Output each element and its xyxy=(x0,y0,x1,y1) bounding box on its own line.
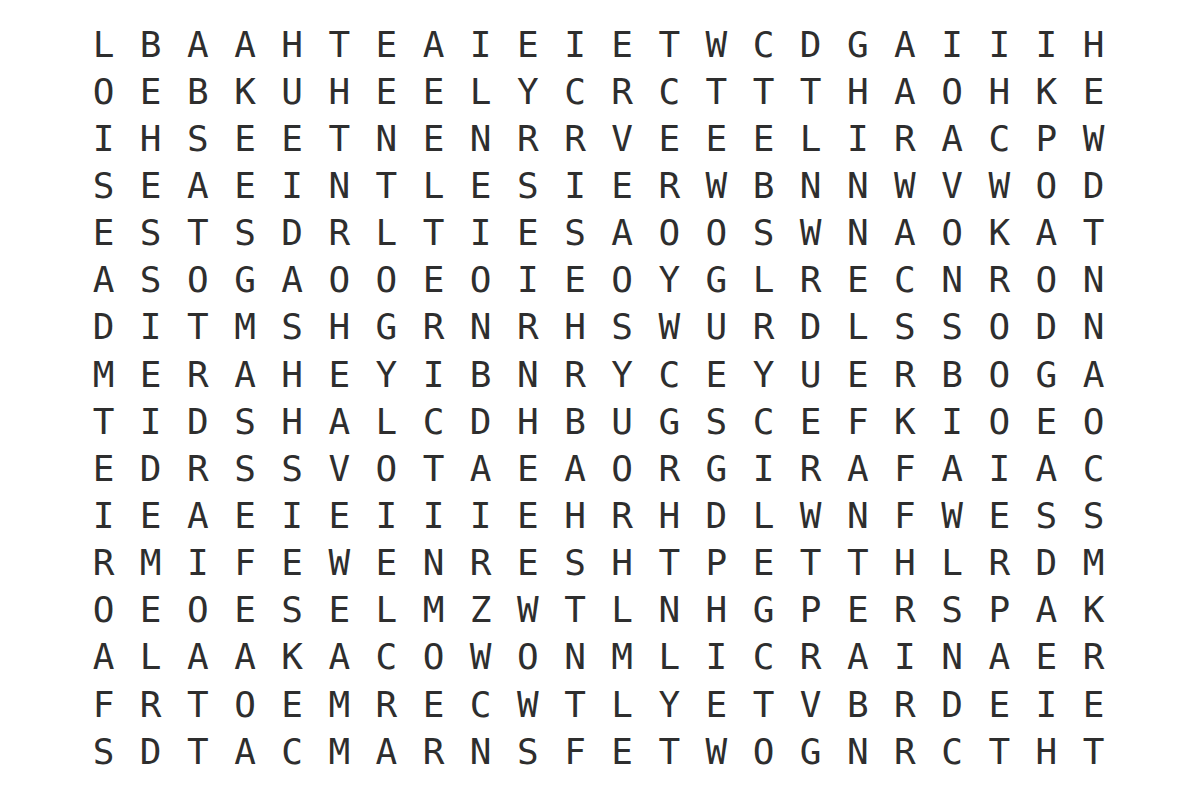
grid-cell[interactable]: D xyxy=(80,304,127,351)
grid-cell[interactable]: A xyxy=(221,728,268,775)
grid-cell[interactable]: S xyxy=(551,540,598,587)
grid-cell[interactable]: W xyxy=(504,681,551,728)
grid-cell[interactable]: S xyxy=(599,304,646,351)
grid-cell[interactable]: R xyxy=(881,351,928,398)
grid-cell[interactable]: E xyxy=(1023,398,1070,445)
grid-cell[interactable]: L xyxy=(410,162,457,209)
grid-cell[interactable]: A xyxy=(174,634,221,681)
grid-cell[interactable]: O xyxy=(174,257,221,304)
grid-cell[interactable]: T xyxy=(174,728,221,775)
grid-cell[interactable]: E xyxy=(551,257,598,304)
grid-cell[interactable]: H xyxy=(269,351,316,398)
grid-cell[interactable]: Y xyxy=(599,351,646,398)
grid-cell[interactable]: G xyxy=(1023,351,1070,398)
grid-cell[interactable]: D xyxy=(787,21,834,68)
grid-cell[interactable]: E xyxy=(363,540,410,587)
grid-cell[interactable]: A xyxy=(221,351,268,398)
grid-cell[interactable]: E xyxy=(221,492,268,539)
grid-cell[interactable]: I xyxy=(457,21,504,68)
grid-cell[interactable]: N xyxy=(1070,257,1117,304)
grid-cell[interactable]: E xyxy=(127,351,174,398)
grid-cell[interactable]: A xyxy=(551,445,598,492)
grid-cell[interactable]: K xyxy=(1023,68,1070,115)
grid-cell[interactable]: O xyxy=(976,398,1023,445)
grid-cell[interactable]: E xyxy=(504,540,551,587)
grid-cell[interactable]: T xyxy=(80,398,127,445)
grid-cell[interactable]: U xyxy=(269,68,316,115)
grid-cell[interactable]: K xyxy=(269,634,316,681)
grid-cell[interactable]: Y xyxy=(363,351,410,398)
grid-cell[interactable]: S xyxy=(551,210,598,257)
grid-cell[interactable]: N xyxy=(457,115,504,162)
grid-cell[interactable]: D xyxy=(174,398,221,445)
grid-cell[interactable]: D xyxy=(127,445,174,492)
grid-cell[interactable]: P xyxy=(976,587,1023,634)
grid-cell[interactable]: S xyxy=(221,398,268,445)
grid-cell[interactable]: R xyxy=(787,445,834,492)
grid-cell[interactable]: E xyxy=(410,68,457,115)
grid-cell[interactable]: H xyxy=(504,398,551,445)
grid-cell[interactable]: W xyxy=(646,304,693,351)
grid-cell[interactable]: C xyxy=(410,398,457,445)
grid-cell[interactable]: A xyxy=(834,634,881,681)
grid-cell[interactable]: A xyxy=(221,634,268,681)
grid-cell[interactable]: W xyxy=(976,162,1023,209)
grid-cell[interactable]: Y xyxy=(740,351,787,398)
grid-cell[interactable]: E xyxy=(1023,634,1070,681)
grid-cell[interactable]: T xyxy=(551,681,598,728)
grid-cell[interactable]: W xyxy=(693,728,740,775)
grid-cell[interactable]: O xyxy=(693,210,740,257)
grid-cell[interactable]: O xyxy=(599,445,646,492)
grid-cell[interactable]: H xyxy=(551,304,598,351)
grid-cell[interactable]: I xyxy=(410,351,457,398)
grid-cell[interactable]: W xyxy=(504,587,551,634)
grid-cell[interactable]: E xyxy=(269,115,316,162)
grid-cell[interactable]: I xyxy=(1023,681,1070,728)
grid-cell[interactable]: A xyxy=(174,492,221,539)
grid-cell[interactable]: E xyxy=(221,587,268,634)
grid-cell[interactable]: G xyxy=(693,257,740,304)
grid-cell[interactable]: F xyxy=(221,540,268,587)
grid-cell[interactable]: T xyxy=(410,210,457,257)
grid-cell[interactable]: E xyxy=(80,445,127,492)
grid-cell[interactable]: O xyxy=(599,257,646,304)
grid-cell[interactable]: C xyxy=(929,728,976,775)
grid-cell[interactable]: S xyxy=(269,304,316,351)
grid-cell[interactable]: T xyxy=(646,540,693,587)
grid-cell[interactable]: T xyxy=(646,21,693,68)
grid-cell[interactable]: S xyxy=(221,445,268,492)
grid-cell[interactable]: B xyxy=(834,681,881,728)
grid-cell[interactable]: C xyxy=(881,257,928,304)
grid-cell[interactable]: H xyxy=(834,68,881,115)
grid-cell[interactable]: N xyxy=(504,351,551,398)
grid-cell[interactable]: N xyxy=(551,634,598,681)
grid-cell[interactable]: H xyxy=(599,540,646,587)
grid-cell[interactable]: R xyxy=(1070,634,1117,681)
grid-cell[interactable]: E xyxy=(127,492,174,539)
grid-cell[interactable]: I xyxy=(929,398,976,445)
grid-cell[interactable]: E xyxy=(410,115,457,162)
grid-cell[interactable]: V xyxy=(787,681,834,728)
grid-cell[interactable]: L xyxy=(457,68,504,115)
grid-cell[interactable]: A xyxy=(457,445,504,492)
grid-cell[interactable]: I xyxy=(80,115,127,162)
grid-cell[interactable]: D xyxy=(787,304,834,351)
grid-cell[interactable]: D xyxy=(269,210,316,257)
grid-cell[interactable]: B xyxy=(127,21,174,68)
grid-cell[interactable]: G xyxy=(787,728,834,775)
grid-cell[interactable]: S xyxy=(1070,492,1117,539)
grid-cell[interactable]: E xyxy=(740,115,787,162)
grid-cell[interactable]: S xyxy=(221,210,268,257)
grid-cell[interactable]: S xyxy=(174,115,221,162)
grid-cell[interactable]: K xyxy=(221,68,268,115)
grid-cell[interactable]: R xyxy=(410,728,457,775)
grid-cell[interactable]: T xyxy=(787,68,834,115)
grid-cell[interactable]: E xyxy=(504,210,551,257)
grid-cell[interactable]: W xyxy=(881,162,928,209)
grid-cell[interactable]: L xyxy=(127,634,174,681)
grid-cell[interactable]: A xyxy=(929,115,976,162)
grid-cell[interactable]: A xyxy=(929,445,976,492)
grid-cell[interactable]: H xyxy=(881,540,928,587)
grid-cell[interactable]: O xyxy=(221,681,268,728)
grid-cell[interactable]: B xyxy=(551,398,598,445)
grid-cell[interactable]: I xyxy=(834,115,881,162)
grid-cell[interactable]: R xyxy=(881,681,928,728)
grid-cell[interactable]: K xyxy=(1070,587,1117,634)
grid-cell[interactable]: I xyxy=(457,492,504,539)
grid-cell[interactable]: V xyxy=(316,445,363,492)
grid-cell[interactable]: A xyxy=(881,210,928,257)
grid-cell[interactable]: S xyxy=(1023,492,1070,539)
grid-cell[interactable]: C xyxy=(646,351,693,398)
grid-cell[interactable]: L xyxy=(787,115,834,162)
grid-cell[interactable]: I xyxy=(551,162,598,209)
grid-cell[interactable]: C xyxy=(740,634,787,681)
grid-cell[interactable]: B xyxy=(174,68,221,115)
grid-cell[interactable]: L xyxy=(363,398,410,445)
grid-cell[interactable]: E xyxy=(269,540,316,587)
grid-cell[interactable]: C xyxy=(551,68,598,115)
grid-cell[interactable]: R xyxy=(551,115,598,162)
grid-cell[interactable]: I xyxy=(1023,21,1070,68)
grid-cell[interactable]: W xyxy=(693,21,740,68)
grid-cell[interactable]: S xyxy=(127,210,174,257)
grid-cell[interactable]: F xyxy=(80,681,127,728)
grid-cell[interactable]: Y xyxy=(646,681,693,728)
grid-cell[interactable]: R xyxy=(174,445,221,492)
grid-cell[interactable]: A xyxy=(174,162,221,209)
grid-cell[interactable]: I xyxy=(929,21,976,68)
grid-cell[interactable]: D xyxy=(693,492,740,539)
grid-cell[interactable]: I xyxy=(976,21,1023,68)
grid-cell[interactable]: W xyxy=(693,162,740,209)
grid-cell[interactable]: G xyxy=(834,21,881,68)
grid-cell[interactable]: S xyxy=(929,304,976,351)
grid-cell[interactable]: O xyxy=(316,257,363,304)
grid-cell[interactable]: M xyxy=(127,540,174,587)
grid-cell[interactable]: I xyxy=(551,21,598,68)
grid-cell[interactable]: G xyxy=(221,257,268,304)
grid-cell[interactable]: E xyxy=(504,21,551,68)
grid-cell[interactable]: T xyxy=(787,540,834,587)
grid-cell[interactable]: T xyxy=(174,681,221,728)
grid-cell[interactable]: L xyxy=(363,587,410,634)
grid-cell[interactable]: A xyxy=(599,210,646,257)
grid-cell[interactable]: E xyxy=(316,587,363,634)
grid-cell[interactable]: C xyxy=(1070,445,1117,492)
grid-cell[interactable]: E xyxy=(269,681,316,728)
grid-cell[interactable]: T xyxy=(740,68,787,115)
grid-cell[interactable]: A xyxy=(221,21,268,68)
grid-cell[interactable]: L xyxy=(599,587,646,634)
grid-cell[interactable]: B xyxy=(929,351,976,398)
grid-cell[interactable]: O xyxy=(1023,257,1070,304)
grid-cell[interactable]: W xyxy=(1070,115,1117,162)
grid-cell[interactable]: H xyxy=(693,587,740,634)
grid-cell[interactable]: O xyxy=(363,257,410,304)
grid-cell[interactable]: R xyxy=(976,540,1023,587)
grid-cell[interactable]: O xyxy=(80,68,127,115)
grid-cell[interactable]: T xyxy=(363,162,410,209)
grid-cell[interactable]: T xyxy=(976,728,1023,775)
grid-cell[interactable]: N xyxy=(316,162,363,209)
grid-cell[interactable]: S xyxy=(80,728,127,775)
grid-cell[interactable]: R xyxy=(881,587,928,634)
grid-cell[interactable]: E xyxy=(834,257,881,304)
grid-cell[interactable]: P xyxy=(693,540,740,587)
grid-cell[interactable]: M xyxy=(80,351,127,398)
grid-cell[interactable]: A xyxy=(269,257,316,304)
grid-cell[interactable]: G xyxy=(646,398,693,445)
grid-cell[interactable]: I xyxy=(127,304,174,351)
grid-cell[interactable]: O xyxy=(80,587,127,634)
grid-cell[interactable]: R xyxy=(174,351,221,398)
grid-cell[interactable]: N xyxy=(834,492,881,539)
grid-cell[interactable]: N xyxy=(929,634,976,681)
grid-cell[interactable]: D xyxy=(457,398,504,445)
grid-cell[interactable]: G xyxy=(363,304,410,351)
grid-cell[interactable]: O xyxy=(976,304,1023,351)
grid-cell[interactable]: C xyxy=(740,21,787,68)
grid-cell[interactable]: E xyxy=(127,68,174,115)
grid-cell[interactable]: K xyxy=(976,210,1023,257)
grid-cell[interactable]: R xyxy=(457,540,504,587)
grid-cell[interactable]: S xyxy=(881,304,928,351)
grid-cell[interactable]: S xyxy=(693,398,740,445)
grid-cell[interactable]: M xyxy=(316,681,363,728)
grid-cell[interactable]: O xyxy=(504,634,551,681)
grid-cell[interactable]: N xyxy=(787,162,834,209)
grid-cell[interactable]: F xyxy=(551,728,598,775)
grid-cell[interactable]: E xyxy=(221,162,268,209)
grid-cell[interactable]: U xyxy=(599,398,646,445)
grid-cell[interactable]: F xyxy=(881,445,928,492)
grid-cell[interactable]: O xyxy=(363,445,410,492)
grid-cell[interactable]: O xyxy=(457,257,504,304)
grid-cell[interactable]: E xyxy=(80,210,127,257)
grid-cell[interactable]: T xyxy=(1070,728,1117,775)
grid-cell[interactable]: E xyxy=(599,162,646,209)
grid-cell[interactable]: I xyxy=(504,257,551,304)
grid-cell[interactable]: I xyxy=(80,492,127,539)
grid-cell[interactable]: E xyxy=(221,115,268,162)
grid-cell[interactable]: E xyxy=(457,162,504,209)
grid-cell[interactable]: H xyxy=(127,115,174,162)
grid-cell[interactable]: F xyxy=(881,492,928,539)
grid-cell[interactable]: E xyxy=(693,351,740,398)
grid-cell[interactable]: R xyxy=(646,162,693,209)
grid-cell[interactable]: H xyxy=(646,492,693,539)
grid-cell[interactable]: E xyxy=(787,398,834,445)
grid-cell[interactable]: C xyxy=(740,398,787,445)
grid-cell[interactable]: T xyxy=(316,21,363,68)
grid-cell[interactable]: E xyxy=(127,162,174,209)
grid-cell[interactable]: S xyxy=(269,587,316,634)
grid-cell[interactable]: S xyxy=(127,257,174,304)
grid-cell[interactable]: L xyxy=(80,21,127,68)
grid-cell[interactable]: N xyxy=(457,304,504,351)
grid-cell[interactable]: R xyxy=(881,115,928,162)
grid-cell[interactable]: C xyxy=(976,115,1023,162)
grid-cell[interactable]: L xyxy=(929,540,976,587)
grid-cell[interactable]: L xyxy=(834,304,881,351)
grid-cell[interactable]: E xyxy=(363,68,410,115)
grid-cell[interactable]: I xyxy=(269,162,316,209)
grid-cell[interactable]: A xyxy=(1023,210,1070,257)
grid-cell[interactable]: W xyxy=(929,492,976,539)
grid-cell[interactable]: L xyxy=(740,257,787,304)
grid-cell[interactable]: R xyxy=(787,257,834,304)
grid-cell[interactable]: R xyxy=(363,681,410,728)
grid-cell[interactable]: Z xyxy=(457,587,504,634)
grid-cell[interactable]: T xyxy=(174,210,221,257)
grid-cell[interactable]: A xyxy=(174,21,221,68)
grid-cell[interactable]: W xyxy=(787,210,834,257)
grid-cell[interactable]: I xyxy=(457,210,504,257)
grid-cell[interactable]: O xyxy=(174,587,221,634)
grid-cell[interactable]: T xyxy=(410,445,457,492)
grid-cell[interactable]: R xyxy=(80,540,127,587)
grid-cell[interactable]: I xyxy=(410,492,457,539)
grid-cell[interactable]: G xyxy=(693,445,740,492)
grid-cell[interactable]: L xyxy=(363,210,410,257)
grid-cell[interactable]: E xyxy=(976,681,1023,728)
grid-cell[interactable]: A xyxy=(316,634,363,681)
grid-cell[interactable]: O xyxy=(1070,398,1117,445)
grid-cell[interactable]: I xyxy=(693,634,740,681)
grid-cell[interactable]: I xyxy=(740,445,787,492)
grid-cell[interactable]: A xyxy=(1023,445,1070,492)
grid-cell[interactable]: E xyxy=(599,728,646,775)
grid-cell[interactable]: B xyxy=(457,351,504,398)
grid-cell[interactable]: T xyxy=(316,115,363,162)
grid-cell[interactable]: O xyxy=(1023,162,1070,209)
grid-cell[interactable]: T xyxy=(551,587,598,634)
grid-cell[interactable]: A xyxy=(410,21,457,68)
grid-cell[interactable]: P xyxy=(787,587,834,634)
grid-cell[interactable]: E xyxy=(834,351,881,398)
grid-cell[interactable]: E xyxy=(504,445,551,492)
grid-cell[interactable]: F xyxy=(834,398,881,445)
grid-cell[interactable]: T xyxy=(693,68,740,115)
grid-cell[interactable]: S xyxy=(740,210,787,257)
grid-cell[interactable]: E xyxy=(740,540,787,587)
grid-cell[interactable]: H xyxy=(316,304,363,351)
grid-cell[interactable]: D xyxy=(929,681,976,728)
grid-cell[interactable]: H xyxy=(551,492,598,539)
grid-cell[interactable]: L xyxy=(740,492,787,539)
grid-cell[interactable]: G xyxy=(740,587,787,634)
grid-cell[interactable]: E xyxy=(693,115,740,162)
grid-cell[interactable]: S xyxy=(929,587,976,634)
grid-cell[interactable]: E xyxy=(316,351,363,398)
grid-cell[interactable]: S xyxy=(504,728,551,775)
grid-cell[interactable]: N xyxy=(929,257,976,304)
grid-cell[interactable]: S xyxy=(504,162,551,209)
grid-cell[interactable]: T xyxy=(740,681,787,728)
grid-cell[interactable]: A xyxy=(976,634,1023,681)
grid-cell[interactable]: M xyxy=(599,634,646,681)
grid-cell[interactable]: C xyxy=(269,728,316,775)
grid-cell[interactable]: E xyxy=(834,587,881,634)
grid-cell[interactable]: V xyxy=(599,115,646,162)
grid-cell[interactable]: U xyxy=(787,351,834,398)
grid-cell[interactable]: O xyxy=(740,728,787,775)
grid-cell[interactable]: H xyxy=(316,68,363,115)
grid-cell[interactable]: T xyxy=(1070,210,1117,257)
grid-cell[interactable]: I xyxy=(174,540,221,587)
grid-cell[interactable]: T xyxy=(646,728,693,775)
grid-cell[interactable]: M xyxy=(410,587,457,634)
grid-cell[interactable]: O xyxy=(976,351,1023,398)
grid-cell[interactable]: M xyxy=(316,728,363,775)
grid-cell[interactable]: H xyxy=(976,68,1023,115)
grid-cell[interactable]: D xyxy=(1023,304,1070,351)
grid-cell[interactable]: T xyxy=(834,540,881,587)
grid-cell[interactable]: Y xyxy=(646,257,693,304)
grid-cell[interactable]: R xyxy=(551,351,598,398)
grid-cell[interactable]: D xyxy=(1070,162,1117,209)
grid-cell[interactable]: I xyxy=(269,492,316,539)
grid-cell[interactable]: R xyxy=(599,492,646,539)
grid-cell[interactable]: N xyxy=(410,540,457,587)
grid-cell[interactable]: R xyxy=(504,304,551,351)
grid-cell[interactable]: A xyxy=(80,257,127,304)
grid-cell[interactable]: N xyxy=(363,115,410,162)
grid-cell[interactable]: E xyxy=(599,21,646,68)
grid-cell[interactable]: A xyxy=(80,634,127,681)
grid-cell[interactable]: C xyxy=(457,681,504,728)
grid-cell[interactable]: O xyxy=(646,210,693,257)
grid-cell[interactable]: N xyxy=(646,587,693,634)
grid-cell[interactable]: A xyxy=(316,398,363,445)
grid-cell[interactable]: I xyxy=(363,492,410,539)
grid-cell[interactable]: H xyxy=(1070,21,1117,68)
grid-cell[interactable]: O xyxy=(929,210,976,257)
grid-cell[interactable]: E xyxy=(1070,681,1117,728)
grid-cell[interactable]: K xyxy=(881,398,928,445)
grid-cell[interactable]: R xyxy=(881,728,928,775)
grid-cell[interactable]: E xyxy=(127,587,174,634)
grid-cell[interactable]: O xyxy=(929,68,976,115)
grid-cell[interactable]: E xyxy=(410,681,457,728)
grid-cell[interactable]: S xyxy=(80,162,127,209)
grid-cell[interactable]: M xyxy=(221,304,268,351)
